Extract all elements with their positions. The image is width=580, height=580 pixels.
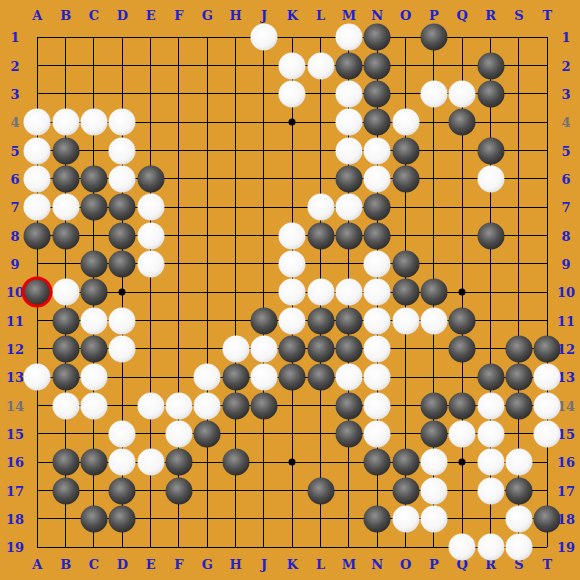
column-label-top: T <box>542 8 552 23</box>
black-stone <box>52 137 79 164</box>
white-stone <box>109 165 136 192</box>
white-stone <box>165 420 192 447</box>
white-stone <box>477 392 504 419</box>
black-stone <box>222 392 249 419</box>
column-label-bottom: T <box>542 557 552 572</box>
black-stone <box>392 137 419 164</box>
white-stone <box>307 194 334 221</box>
white-stone <box>335 24 362 51</box>
white-stone <box>364 279 391 306</box>
white-stone <box>477 477 504 504</box>
row-label-left: 15 <box>6 426 24 441</box>
white-stone <box>477 420 504 447</box>
go-board[interactable]: AABBCCDDEEFFGGHHJJKKLLMMNNOOPPQQRRSSTT11… <box>0 0 580 580</box>
white-stone <box>307 279 334 306</box>
black-stone <box>364 222 391 249</box>
row-label-left: 6 <box>10 171 19 186</box>
white-stone <box>534 392 561 419</box>
black-stone <box>364 194 391 221</box>
white-stone <box>335 80 362 107</box>
grid-line-vertical <box>547 37 548 547</box>
white-stone <box>109 137 136 164</box>
white-stone <box>335 279 362 306</box>
row-label-right: 16 <box>557 455 575 470</box>
star-point <box>289 459 296 466</box>
white-stone <box>24 109 51 136</box>
black-stone <box>165 449 192 476</box>
white-stone <box>24 194 51 221</box>
black-stone <box>392 165 419 192</box>
white-stone <box>109 307 136 334</box>
black-stone <box>364 505 391 532</box>
white-stone <box>335 364 362 391</box>
column-label-bottom: B <box>60 557 71 572</box>
white-stone <box>279 307 306 334</box>
black-stone <box>420 392 447 419</box>
black-stone <box>534 335 561 362</box>
black-stone <box>80 194 107 221</box>
last-move-marker <box>22 277 53 308</box>
black-stone <box>364 24 391 51</box>
black-stone <box>279 335 306 362</box>
row-label-left: 7 <box>10 200 19 215</box>
row-label-left: 5 <box>10 143 19 158</box>
black-stone <box>307 477 334 504</box>
column-label-top: S <box>514 8 523 23</box>
black-stone <box>80 250 107 277</box>
white-stone <box>80 364 107 391</box>
black-stone <box>80 279 107 306</box>
black-stone <box>194 420 221 447</box>
white-stone <box>52 194 79 221</box>
white-stone <box>250 364 277 391</box>
row-label-left: 9 <box>10 256 19 271</box>
white-stone <box>420 505 447 532</box>
star-point <box>119 289 126 296</box>
white-stone <box>109 109 136 136</box>
white-stone <box>364 165 391 192</box>
black-stone <box>52 477 79 504</box>
white-stone <box>534 364 561 391</box>
column-label-bottom: M <box>342 557 356 572</box>
column-label-top: Q <box>457 8 468 23</box>
row-label-left: 2 <box>10 58 19 73</box>
column-label-top: C <box>89 8 99 23</box>
row-label-right: 3 <box>561 86 570 101</box>
black-stone <box>250 392 277 419</box>
white-stone <box>364 392 391 419</box>
row-label-left: 4 <box>10 115 19 130</box>
row-label-left: 17 <box>6 483 24 498</box>
row-label-left: 3 <box>10 86 19 101</box>
white-stone <box>52 392 79 419</box>
black-stone <box>109 477 136 504</box>
white-stone <box>279 80 306 107</box>
black-stone <box>307 222 334 249</box>
column-label-bottom: A <box>32 557 42 572</box>
black-stone <box>335 420 362 447</box>
black-stone <box>505 364 532 391</box>
white-stone <box>222 335 249 362</box>
column-label-bottom: H <box>229 557 241 572</box>
black-stone <box>477 137 504 164</box>
black-stone <box>449 392 476 419</box>
white-stone <box>109 449 136 476</box>
black-stone <box>80 165 107 192</box>
black-stone <box>364 449 391 476</box>
black-stone <box>505 335 532 362</box>
column-label-bottom: N <box>371 557 383 572</box>
black-stone <box>335 307 362 334</box>
column-label-bottom: E <box>146 557 156 572</box>
row-label-right: 8 <box>561 228 570 243</box>
column-label-top: D <box>117 8 128 23</box>
black-stone <box>392 250 419 277</box>
black-stone <box>307 364 334 391</box>
black-stone <box>392 449 419 476</box>
row-label-left: 13 <box>6 370 24 385</box>
column-label-bottom: L <box>316 557 325 572</box>
row-label-right: 7 <box>561 200 570 215</box>
white-stone <box>24 364 51 391</box>
white-stone <box>364 335 391 362</box>
column-label-top: N <box>371 8 383 23</box>
white-stone <box>24 137 51 164</box>
black-stone <box>279 364 306 391</box>
row-label-right: 11 <box>557 313 575 328</box>
white-stone <box>137 250 164 277</box>
white-stone <box>364 420 391 447</box>
row-label-right: 1 <box>561 30 570 45</box>
black-stone <box>137 165 164 192</box>
black-stone <box>477 52 504 79</box>
row-label-right: 4 <box>561 115 570 130</box>
black-stone <box>24 222 51 249</box>
column-label-top: B <box>60 8 71 23</box>
black-stone <box>335 222 362 249</box>
white-stone <box>52 279 79 306</box>
black-stone <box>222 449 249 476</box>
row-label-left: 8 <box>10 228 19 243</box>
row-label-left: 16 <box>6 455 24 470</box>
white-stone <box>137 392 164 419</box>
white-stone <box>109 335 136 362</box>
white-stone <box>194 364 221 391</box>
star-point <box>289 119 296 126</box>
white-stone <box>80 109 107 136</box>
white-stone <box>392 109 419 136</box>
black-stone <box>392 477 419 504</box>
black-stone <box>109 250 136 277</box>
row-label-left: 19 <box>6 540 24 555</box>
white-stone <box>505 449 532 476</box>
white-stone <box>194 392 221 419</box>
white-stone <box>477 449 504 476</box>
row-label-left: 18 <box>6 511 24 526</box>
black-stone <box>335 335 362 362</box>
white-stone <box>364 307 391 334</box>
black-stone <box>80 449 107 476</box>
black-stone <box>165 477 192 504</box>
column-label-top: H <box>229 8 241 23</box>
star-point <box>459 459 466 466</box>
white-stone <box>449 80 476 107</box>
white-stone <box>477 165 504 192</box>
white-stone <box>364 137 391 164</box>
white-stone <box>24 165 51 192</box>
column-label-bottom: G <box>202 557 213 572</box>
black-stone <box>335 165 362 192</box>
black-stone <box>364 109 391 136</box>
white-stone <box>420 307 447 334</box>
black-stone <box>477 222 504 249</box>
black-stone <box>335 392 362 419</box>
black-stone <box>477 80 504 107</box>
white-stone <box>420 449 447 476</box>
black-stone <box>534 505 561 532</box>
column-label-bottom: J <box>261 557 267 572</box>
black-stone <box>307 335 334 362</box>
row-label-left: 11 <box>6 313 24 328</box>
black-stone <box>250 307 277 334</box>
black-stone <box>449 335 476 362</box>
white-stone <box>477 534 504 561</box>
white-stone <box>392 505 419 532</box>
row-label-left: 14 <box>6 398 24 413</box>
white-stone <box>250 24 277 51</box>
black-stone <box>449 307 476 334</box>
column-label-top: P <box>429 8 439 23</box>
black-stone <box>335 52 362 79</box>
column-label-bottom: C <box>89 557 99 572</box>
white-stone <box>137 449 164 476</box>
white-stone <box>109 420 136 447</box>
white-stone <box>449 534 476 561</box>
black-stone <box>364 52 391 79</box>
black-stone <box>420 420 447 447</box>
black-stone <box>505 477 532 504</box>
row-label-right: 6 <box>561 171 570 186</box>
column-label-top: M <box>342 8 356 23</box>
white-stone <box>505 534 532 561</box>
white-stone <box>307 52 334 79</box>
white-stone <box>449 420 476 447</box>
row-label-right: 2 <box>561 58 570 73</box>
column-label-top: O <box>400 8 411 23</box>
white-stone <box>335 194 362 221</box>
black-stone <box>449 109 476 136</box>
column-label-bottom: O <box>400 557 411 572</box>
column-label-top: E <box>146 8 156 23</box>
black-stone <box>109 505 136 532</box>
black-stone <box>52 307 79 334</box>
white-stone <box>364 364 391 391</box>
white-stone <box>279 52 306 79</box>
row-label-right: 10 <box>557 285 575 300</box>
column-label-top: K <box>287 8 298 23</box>
star-point <box>459 289 466 296</box>
white-stone <box>279 250 306 277</box>
white-stone <box>335 137 362 164</box>
row-label-right: 17 <box>557 483 575 498</box>
column-label-top: R <box>485 8 496 23</box>
white-stone <box>165 392 192 419</box>
column-label-top: F <box>174 8 183 23</box>
black-stone <box>307 307 334 334</box>
white-stone <box>534 420 561 447</box>
column-label-top: A <box>32 8 42 23</box>
row-label-right: 5 <box>561 143 570 158</box>
black-stone <box>364 80 391 107</box>
white-stone <box>137 194 164 221</box>
column-label-bottom: P <box>429 557 439 572</box>
black-stone <box>420 279 447 306</box>
white-stone <box>52 109 79 136</box>
row-label-right: 19 <box>557 540 575 555</box>
white-stone <box>80 307 107 334</box>
white-stone <box>505 505 532 532</box>
white-stone <box>137 222 164 249</box>
row-label-right: 9 <box>561 256 570 271</box>
black-stone <box>477 364 504 391</box>
row-label-left: 1 <box>10 30 19 45</box>
white-stone <box>335 109 362 136</box>
black-stone <box>52 335 79 362</box>
white-stone <box>420 477 447 504</box>
white-stone <box>279 279 306 306</box>
black-stone <box>392 279 419 306</box>
white-stone <box>80 392 107 419</box>
white-stone <box>279 222 306 249</box>
black-stone <box>80 335 107 362</box>
black-stone <box>420 24 447 51</box>
column-label-top: J <box>261 8 267 23</box>
black-stone <box>52 165 79 192</box>
column-label-top: G <box>202 8 213 23</box>
white-stone <box>392 307 419 334</box>
column-label-top: L <box>316 8 325 23</box>
black-stone <box>109 194 136 221</box>
white-stone <box>420 80 447 107</box>
column-label-bottom: D <box>117 557 128 572</box>
white-stone <box>364 250 391 277</box>
black-stone <box>80 505 107 532</box>
column-label-bottom: F <box>174 557 183 572</box>
black-stone <box>109 222 136 249</box>
white-stone <box>250 335 277 362</box>
black-stone <box>52 222 79 249</box>
row-label-left: 12 <box>6 341 24 356</box>
black-stone <box>52 364 79 391</box>
black-stone <box>52 449 79 476</box>
black-stone <box>222 364 249 391</box>
black-stone <box>505 392 532 419</box>
column-label-bottom: K <box>287 557 298 572</box>
